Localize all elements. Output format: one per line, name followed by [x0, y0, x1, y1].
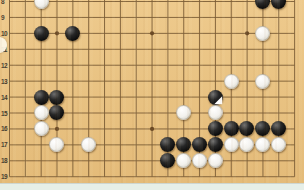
white-stone — [224, 137, 239, 152]
row-label: 10 — [1, 30, 10, 37]
black-stone — [49, 105, 64, 120]
black-stone — [176, 137, 191, 152]
black-stone — [160, 153, 175, 168]
black-stone — [255, 0, 270, 9]
black-stone — [34, 26, 49, 41]
black-stone — [34, 90, 49, 105]
black-stone — [271, 121, 286, 136]
row-label: 18 — [1, 157, 10, 164]
row-label: 8 — [1, 0, 10, 5]
stones-layer — [2, 0, 303, 183]
white-stone — [176, 153, 191, 168]
black-stone — [208, 121, 223, 136]
white-stone — [271, 137, 286, 152]
white-stone — [239, 137, 254, 152]
black-stone — [65, 26, 80, 41]
white-stone — [192, 153, 207, 168]
black-stone — [271, 0, 286, 9]
go-app-screen: 8910111213141516171819 — [0, 0, 304, 190]
bottom-bar — [0, 183, 304, 190]
black-stone — [255, 121, 270, 136]
black-stone — [208, 137, 223, 152]
white-stone — [81, 137, 96, 152]
row-label: 9 — [1, 14, 10, 21]
white-stone — [34, 0, 49, 9]
black-stone — [192, 137, 207, 152]
black-stone — [208, 90, 223, 105]
white-stone — [34, 121, 49, 136]
white-stone — [255, 137, 270, 152]
go-board[interactable]: 8910111213141516171819 — [0, 0, 304, 183]
last-move-marker-icon — [208, 90, 223, 105]
row-label: 12 — [1, 62, 10, 69]
white-stone — [34, 105, 49, 120]
white-stone — [208, 105, 223, 120]
black-stone — [224, 121, 239, 136]
row-label: 17 — [1, 141, 10, 148]
black-stone — [239, 121, 254, 136]
white-stone — [208, 153, 223, 168]
row-label: 14 — [1, 94, 10, 101]
white-stone — [255, 74, 270, 89]
black-stone — [160, 137, 175, 152]
white-stone — [49, 137, 64, 152]
white-stone — [255, 26, 270, 41]
row-label: 19 — [1, 173, 10, 180]
black-stone — [49, 90, 64, 105]
row-label: 16 — [1, 125, 10, 132]
white-stone — [176, 105, 191, 120]
row-label: 13 — [1, 78, 10, 85]
white-stone — [224, 74, 239, 89]
row-label: 15 — [1, 110, 10, 117]
